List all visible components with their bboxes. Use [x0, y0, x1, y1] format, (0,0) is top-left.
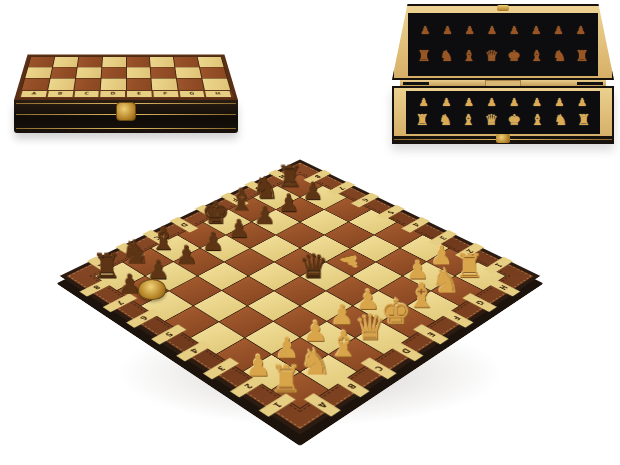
closed-board-square [152, 79, 178, 90]
base-light-major-row: ♜♞♝♛♚♝♞♜ [406, 113, 600, 128]
black-pawn: ♟ [254, 203, 276, 228]
product-photo-canvas: ABCDEFGH ♟♟♟♟♟♟♟♟ ♜♞♝♛♚♝♞♜ ♟♟♟♟♟♟♟♟ [0, 0, 620, 465]
black-knight-stored: ♞ [440, 49, 453, 64]
closed-board-square [22, 79, 50, 90]
lid-felt-interior: ♟♟♟♟♟♟♟♟ ♜♞♝♛♚♝♞♜ [408, 13, 598, 76]
closed-board-square [76, 67, 101, 78]
closed-board-letter-strip: ABCDEFGH [19, 90, 234, 97]
clasp-icon [116, 102, 136, 121]
black-pawn: ♟ [175, 243, 198, 269]
white-pawn-stored: ♟ [509, 97, 519, 108]
base-felt-interior: ♟♟♟♟♟♟♟♟ ♜♞♝♛♚♝♞♜ [406, 91, 600, 134]
closed-board-square [77, 57, 101, 67]
magnet-slot [403, 82, 429, 85]
closed-board-square [28, 57, 54, 67]
white-pawn: ♟ [245, 351, 271, 380]
closed-board-square [48, 79, 75, 90]
white-pawn-stored: ♟ [487, 97, 497, 108]
closed-board-view: ABCDEFGH [14, 16, 238, 133]
closed-board-square [25, 67, 52, 78]
closed-board-square [176, 67, 202, 78]
black-bishop-stored: ♝ [530, 49, 543, 64]
black-knight: ♞ [252, 173, 279, 203]
black-pawn: ♟ [302, 179, 323, 203]
black-queen-stored: ♛ [485, 49, 498, 64]
coordinate-label: A [21, 91, 47, 97]
black-pawn-stored: ♟ [420, 25, 430, 36]
white-pawn-stored: ♟ [532, 97, 542, 108]
white-pawn-stored: ♟ [464, 97, 474, 108]
white-rook: ♜ [270, 361, 304, 399]
base-light-pawn-row: ♟♟♟♟♟♟♟♟ [406, 97, 600, 108]
closed-board-square [126, 67, 150, 78]
closed-board-square [150, 57, 174, 67]
closed-board-square [102, 57, 126, 67]
black-rook-stored: ♜ [417, 49, 430, 64]
white-pawn-stored: ♟ [577, 97, 587, 108]
coordinate-label: 4 [402, 217, 431, 233]
black-pawn: ♟ [202, 229, 225, 254]
closed-board-square [200, 67, 227, 78]
black-pawn-stored: ♟ [509, 25, 519, 36]
white-bishop-stored: ♝ [531, 113, 544, 128]
coordinate-label: H [205, 91, 231, 97]
closed-board-square [101, 67, 125, 78]
closed-board-front-face [14, 100, 238, 133]
coordinate-label: D [100, 91, 125, 97]
closed-board-square [151, 67, 176, 78]
clasp-icon [496, 134, 510, 143]
white-pawn-stored: ♟ [441, 97, 451, 108]
coordinate-label: G [179, 91, 204, 97]
black-pawn-stored: ♟ [531, 25, 541, 36]
closed-board-square [100, 79, 125, 90]
white-pawn-stored: ♟ [419, 97, 429, 108]
black-queen: ♛ [299, 249, 329, 282]
black-pawn-stored: ♟ [443, 25, 453, 36]
lid-dark-pawn-row: ♟♟♟♟♟♟♟♟ [408, 25, 598, 36]
white-pawn-stored: ♟ [555, 97, 565, 108]
black-king: ♚ [202, 197, 230, 228]
black-rook-stored: ♜ [575, 49, 588, 64]
lid-dark-major-row: ♜♞♝♛♚♝♞♜ [408, 49, 598, 64]
black-pawn-stored: ♟ [576, 25, 586, 36]
closed-board-square [202, 79, 230, 90]
black-pawn-stored: ♟ [487, 25, 497, 36]
closed-board-square [174, 57, 199, 67]
black-knight-stored: ♞ [553, 49, 566, 64]
white-rook-stored: ♜ [577, 113, 590, 128]
closed-board-checker-grid [21, 56, 231, 90]
closed-board-square [198, 57, 224, 67]
black-bishop-stored: ♝ [462, 49, 475, 64]
closed-board-square [74, 79, 100, 90]
magnet-slot [577, 82, 603, 85]
open-box-lid: ♟♟♟♟♟♟♟♟ ♜♞♝♛♚♝♞♜ [392, 4, 614, 80]
coordinate-label: B [47, 91, 72, 97]
coordinate-label: E [127, 91, 152, 97]
coordinate-label: 6 [351, 193, 379, 208]
black-pawn: ♟ [278, 191, 300, 215]
open-box-base: ♟♟♟♟♟♟♟♟ ♜♞♝♛♚♝♞♜ [392, 86, 614, 144]
white-knight-stored: ♞ [554, 113, 567, 128]
black-pawn-stored: ♟ [465, 25, 475, 36]
coordinate-label: F [153, 91, 178, 97]
gold-pinstripe [16, 128, 236, 129]
black-king-stored: ♚ [508, 49, 521, 64]
latch-icon [497, 5, 509, 11]
closed-board-square [53, 57, 78, 67]
black-bishop: ♝ [227, 184, 255, 215]
white-king-stored: ♚ [508, 113, 521, 128]
black-pawn-stored: ♟ [554, 25, 564, 36]
closed-board-square [126, 57, 150, 67]
black-rook: ♜ [276, 161, 303, 191]
black-bishop: ♝ [149, 222, 178, 254]
white-knight-stored: ♞ [439, 113, 452, 128]
coordinate-label: C [74, 91, 99, 97]
white-knight: ♞ [299, 343, 332, 380]
white-queen-stored: ♛ [485, 113, 498, 128]
closed-board-top-surface: ABCDEFGH [14, 55, 238, 100]
black-pawn: ♟ [228, 216, 250, 241]
closed-board-square [177, 79, 204, 90]
clasp-icon [138, 279, 166, 300]
white-bishop-stored: ♝ [462, 113, 475, 128]
white-rook-stored: ♜ [416, 113, 429, 128]
closed-board-square [126, 79, 151, 90]
white-bishop: ♝ [327, 326, 360, 362]
closed-board-square [51, 67, 77, 78]
open-box-view: ♟♟♟♟♟♟♟♟ ♜♞♝♛♚♝♞♜ ♟♟♟♟♟♟♟♟ ♜♞♝♛♚♝♞♜ [392, 4, 614, 144]
